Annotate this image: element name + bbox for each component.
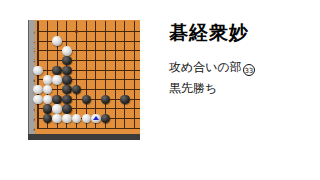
- stone-white[interactable]: [33, 66, 42, 75]
- grid-line-vertical: [86, 21, 87, 129]
- section-text: 攻め合いの部: [169, 60, 242, 74]
- problem-number-badge: 33: [243, 64, 255, 76]
- goban[interactable]: [35, 20, 140, 134]
- problem-section-label: 攻め合いの部33: [169, 59, 255, 76]
- grid-line-vertical: [124, 21, 125, 129]
- screenshot-canvas: 九十十一十二十三十四十五十六十七十八十九 碁経衆妙 攻め合いの部33 黒先勝ち: [0, 0, 320, 180]
- stone-white[interactable]: [82, 114, 91, 123]
- stone-black[interactable]: [62, 75, 71, 84]
- stone-white[interactable]: [43, 75, 52, 84]
- stone-white[interactable]: [43, 85, 52, 94]
- stone-black[interactable]: [62, 66, 71, 75]
- stone-black[interactable]: [52, 95, 61, 104]
- stone-black[interactable]: [72, 85, 81, 94]
- grid-line-vertical: [105, 21, 106, 129]
- stone-black[interactable]: [82, 95, 91, 104]
- grid-line-vertical: [134, 21, 135, 129]
- stone-black[interactable]: [101, 95, 110, 104]
- stone-white[interactable]: [62, 46, 71, 55]
- stone-white[interactable]: [52, 36, 61, 45]
- stone-white[interactable]: [52, 104, 61, 113]
- stone-black[interactable]: [43, 104, 52, 113]
- board-bottom-edge-line: [37, 128, 140, 130]
- stone-white[interactable]: [33, 95, 42, 104]
- grid-line-vertical: [76, 21, 77, 129]
- black-to-play-label: 黒先勝ち: [169, 80, 217, 97]
- grid-line-horizontal: [37, 31, 140, 32]
- stone-black[interactable]: [62, 85, 71, 94]
- board-row-label-strip: 九十十一十二十三十四十五十六十七十八十九: [28, 20, 35, 134]
- stone-white[interactable]: [43, 95, 52, 104]
- stone-black[interactable]: [62, 56, 71, 65]
- stone-black[interactable]: [120, 95, 129, 104]
- stone-black[interactable]: [101, 114, 110, 123]
- problem-board: 九十十一十二十三十四十五十六十七十八十九: [28, 20, 140, 140]
- grid-line-horizontal: [37, 50, 140, 51]
- grid-line-vertical: [115, 21, 116, 129]
- last-move-triangle-marker: [93, 116, 99, 120]
- grid-line-horizontal: [37, 89, 140, 90]
- board-shadow: [28, 134, 140, 140]
- stone-white[interactable]: [72, 114, 81, 123]
- stone-white[interactable]: [52, 75, 61, 84]
- grid-line-vertical: [95, 21, 96, 129]
- stone-black[interactable]: [52, 66, 61, 75]
- stone-white[interactable]: [62, 114, 71, 123]
- stone-white[interactable]: [33, 85, 42, 94]
- stone-black[interactable]: [43, 114, 52, 123]
- page-title: 碁経衆妙: [169, 20, 249, 46]
- stone-black[interactable]: [62, 95, 71, 104]
- stone-black[interactable]: [62, 104, 71, 113]
- hoshi-dot: [75, 30, 78, 33]
- grid-line-horizontal: [37, 60, 140, 61]
- stone-white[interactable]: [52, 114, 61, 123]
